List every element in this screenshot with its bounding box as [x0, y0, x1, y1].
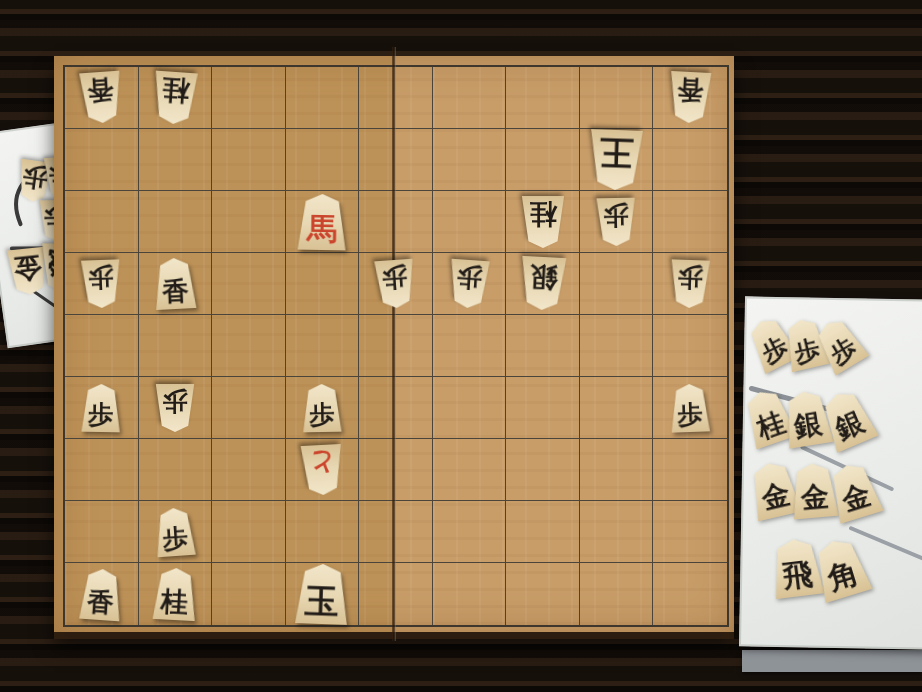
square-2e[interactable] — [580, 315, 654, 377]
square-6h[interactable] — [286, 501, 360, 563]
piece-gote-lance-1a[interactable]: 香 — [668, 71, 713, 124]
piece-sente-knight-8i[interactable]: 桂 — [151, 567, 198, 621]
square-7e[interactable] — [212, 315, 286, 377]
piece-kanji: 歩 — [678, 259, 704, 290]
square-2g[interactable] — [580, 439, 654, 501]
square-6a[interactable] — [286, 67, 360, 129]
piece-sente-lance-8d[interactable]: 香 — [153, 257, 198, 310]
square-1b[interactable] — [653, 129, 727, 191]
piece-kanji: 香 — [87, 588, 115, 621]
piece-kanji: 香 — [162, 277, 190, 309]
piece-sente-pawn-6f[interactable]: 歩 — [302, 383, 343, 432]
square-9g[interactable] — [65, 439, 139, 501]
square-1g[interactable] — [653, 439, 727, 501]
piece-gote-pawn-2c[interactable]: 歩 — [596, 197, 637, 246]
piece-kanji: 桂 — [160, 587, 189, 621]
square-8h[interactable]: 歩 — [139, 501, 213, 563]
piece-kanji: 歩 — [456, 259, 483, 290]
sente-hand-row: 飛角 — [778, 539, 867, 598]
square-3f[interactable] — [506, 377, 580, 439]
piece-sente-pawn-1f[interactable]: 歩 — [669, 383, 711, 432]
square-9b[interactable] — [65, 129, 139, 191]
square-6g[interactable]: と — [286, 439, 360, 501]
square-3i[interactable] — [506, 563, 580, 625]
square-7d[interactable] — [212, 253, 286, 315]
square-6i[interactable]: 玉 — [286, 563, 360, 625]
square-6c[interactable]: 馬 — [286, 191, 360, 253]
square-4d[interactable]: 歩 — [433, 253, 507, 315]
square-9f[interactable]: 歩 — [65, 377, 139, 439]
square-4b[interactable] — [433, 129, 507, 191]
square-8a[interactable]: 桂 — [139, 67, 213, 129]
square-1e[interactable] — [653, 315, 727, 377]
piece-kanji: 歩 — [381, 259, 408, 290]
square-3d[interactable]: 銀 — [506, 253, 580, 315]
square-6f[interactable]: 歩 — [286, 377, 360, 439]
square-6b[interactable] — [286, 129, 360, 191]
square-5c[interactable] — [359, 191, 433, 253]
piece-kanji: 桂 — [529, 196, 556, 228]
square-9a[interactable]: 香 — [65, 67, 139, 129]
piece-kanji: 歩 — [88, 259, 114, 290]
square-9d[interactable]: 歩 — [65, 253, 139, 315]
piece-sente-pawn-8h[interactable]: 歩 — [153, 506, 196, 557]
piece-kanji: と — [307, 444, 335, 476]
piece-gote-pawn-1d[interactable]: 歩 — [669, 259, 711, 308]
piece-kanji: 歩 — [88, 401, 114, 431]
piece-kanji: 玉 — [304, 583, 339, 625]
piece-kanji: 銀 — [528, 256, 558, 291]
piece-kanji: 王 — [599, 129, 634, 171]
square-9h[interactable] — [65, 501, 139, 563]
square-5b[interactable] — [359, 129, 433, 191]
square-4a[interactable] — [433, 67, 507, 129]
square-5f[interactable] — [359, 377, 433, 439]
square-1h[interactable] — [653, 501, 727, 563]
square-5e[interactable] — [359, 315, 433, 377]
square-8e[interactable] — [139, 315, 213, 377]
square-7g[interactable] — [212, 439, 286, 501]
piece-sente-pawn-9f[interactable]: 歩 — [81, 383, 122, 432]
piece-kanji: 金 — [12, 247, 43, 283]
square-2a[interactable] — [580, 67, 654, 129]
piece-kanji: 馬 — [306, 213, 337, 250]
sente-hand-row: 金金金 — [757, 463, 878, 519]
piece-gote-king-2b[interactable]: 王 — [588, 129, 644, 191]
piece-gote-lance-9a[interactable]: 香 — [79, 71, 124, 125]
piece-kanji: 歩 — [162, 525, 189, 556]
square-5h[interactable] — [359, 501, 433, 563]
piece-kanji: 歩 — [162, 384, 187, 414]
piece-gote-silver-3d[interactable]: 銀 — [518, 256, 567, 311]
piece-kanji: 歩 — [603, 197, 629, 227]
square-3h[interactable] — [506, 501, 580, 563]
square-3e[interactable] — [506, 315, 580, 377]
piece-gote-pawn-8f[interactable]: 歩 — [155, 384, 195, 432]
shogi-board: 香桂香王馬桂歩歩香歩歩銀歩歩歩歩歩と歩香桂玉 — [54, 56, 734, 632]
sente-capture-mat: 歩歩歩 桂銀銀 金金金 飛角 — [739, 296, 922, 649]
sente-hand-row: 桂銀銀 — [752, 391, 871, 447]
square-3b[interactable] — [506, 129, 580, 191]
square-1i[interactable] — [653, 563, 727, 625]
piece-gote-pawn-9d[interactable]: 歩 — [80, 259, 122, 308]
piece-sente-king-6i[interactable]: 玉 — [294, 563, 350, 625]
square-7h[interactable] — [212, 501, 286, 563]
square-4g[interactable] — [433, 439, 507, 501]
square-7a[interactable] — [212, 67, 286, 129]
piece-kanji: 金 — [800, 483, 831, 519]
square-4i[interactable] — [433, 563, 507, 625]
square-1f[interactable]: 歩 — [653, 377, 727, 439]
square-2f[interactable] — [580, 377, 654, 439]
square-9e[interactable] — [65, 315, 139, 377]
square-3a[interactable] — [506, 67, 580, 129]
piece-gote-promoted-pawn-6g[interactable]: と — [300, 443, 345, 495]
square-3c[interactable]: 桂 — [506, 191, 580, 253]
square-7b[interactable] — [212, 129, 286, 191]
square-8f[interactable]: 歩 — [139, 377, 213, 439]
piece-sente-lance-9i[interactable]: 香 — [79, 567, 124, 621]
square-2c[interactable]: 歩 — [580, 191, 654, 253]
square-7f[interactable] — [212, 377, 286, 439]
square-4h[interactable] — [433, 501, 507, 563]
square-1d[interactable]: 歩 — [653, 253, 727, 315]
square-6e[interactable] — [286, 315, 360, 377]
piece-kanji: 香 — [87, 71, 115, 104]
piece-sente-promoted-bishop-6c[interactable]: 馬 — [296, 193, 347, 250]
square-7i[interactable] — [212, 563, 286, 625]
square-5d[interactable]: 歩 — [359, 253, 433, 315]
square-8i[interactable]: 桂 — [139, 563, 213, 625]
square-9i[interactable]: 香 — [65, 563, 139, 625]
mat-edge-strip — [742, 650, 922, 672]
shogi-table-photo: 歩歩歩 歩銀 金飛 香桂香王馬桂歩歩香歩歩銀歩歩歩歩歩と歩香桂玉 歩歩歩 桂銀銀… — [0, 0, 922, 692]
square-8b[interactable] — [139, 129, 213, 191]
square-4e[interactable] — [433, 315, 507, 377]
square-2h[interactable] — [580, 501, 654, 563]
square-5a[interactable] — [359, 67, 433, 129]
square-4c[interactable] — [433, 191, 507, 253]
square-7c[interactable] — [212, 191, 286, 253]
square-2b[interactable]: 王 — [580, 129, 654, 191]
square-8c[interactable] — [139, 191, 213, 253]
sente-hand-row: 歩歩歩 — [758, 319, 861, 370]
square-1a[interactable]: 香 — [653, 67, 727, 129]
piece-gote-pawn-4d[interactable]: 歩 — [447, 258, 490, 309]
square-4f[interactable] — [433, 377, 507, 439]
piece-gote-knight-3c[interactable]: 桂 — [521, 196, 565, 248]
piece-gote-knight-8a[interactable]: 桂 — [151, 70, 199, 125]
square-8d[interactable]: 香 — [139, 253, 213, 315]
square-8g[interactable] — [139, 439, 213, 501]
piece-kanji: 歩 — [678, 401, 704, 432]
square-2i[interactable] — [580, 563, 654, 625]
piece-kanji: 飛 — [781, 558, 815, 597]
square-1c[interactable] — [653, 191, 727, 253]
square-3g[interactable] — [506, 439, 580, 501]
square-5g[interactable] — [359, 439, 433, 501]
square-2d[interactable] — [580, 253, 654, 315]
square-9c[interactable] — [65, 191, 139, 253]
square-6d[interactable] — [286, 253, 360, 315]
piece-gote-pawn-5d[interactable]: 歩 — [374, 258, 417, 309]
square-5i[interactable] — [359, 563, 433, 625]
board-grid: 香桂香王馬桂歩歩香歩歩銀歩歩歩歩歩と歩香桂玉 — [63, 65, 729, 627]
piece-kanji: 歩 — [309, 401, 335, 431]
piece-kanji: 香 — [677, 71, 705, 103]
piece-kanji: 桂 — [161, 71, 190, 105]
